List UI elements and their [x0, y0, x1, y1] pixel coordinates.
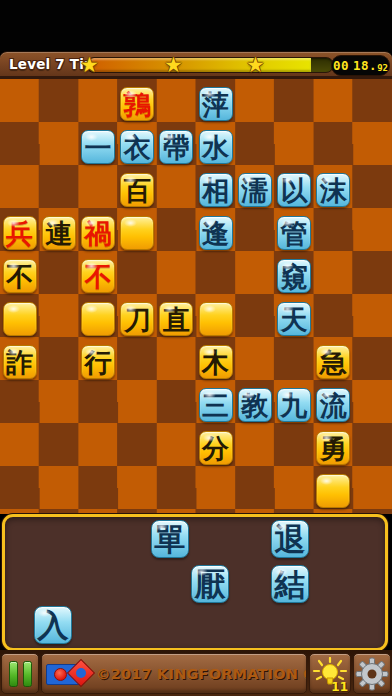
- timer-fraction: 92: [377, 63, 388, 75]
- board: 鶉萍一衣帶水百相濡以沫兵連禍逢管不不窺刀直天詐行木急三教九流分勇: [0, 79, 392, 514]
- board-tile[interactable]: 逢: [199, 216, 233, 250]
- brand-panel: ©2017 KINGFORMATION CO.,LTD.: [41, 653, 307, 694]
- board-tile[interactable]: 勇: [316, 431, 350, 465]
- board-tile[interactable]: 木: [199, 345, 233, 379]
- settings-button[interactable]: [353, 653, 391, 694]
- time-progress-fill: [87, 58, 311, 72]
- tray-tile[interactable]: 退: [271, 520, 309, 558]
- kingformation-logo-icon: [44, 659, 96, 689]
- hint-button[interactable]: 11: [309, 653, 351, 694]
- tray-tile[interactable]: 結: [271, 565, 309, 603]
- board-tile[interactable]: 詐: [3, 345, 37, 379]
- board-tile[interactable]: 以: [277, 173, 311, 207]
- board-tile[interactable]: 濡: [238, 173, 272, 207]
- tray-tile[interactable]: 厭: [191, 565, 229, 603]
- board-tile[interactable]: 分: [199, 431, 233, 465]
- tray-tile[interactable]: 單: [151, 520, 189, 558]
- board-tile[interactable]: 教: [238, 388, 272, 422]
- pause-icon: [23, 661, 32, 687]
- board-empty-slot[interactable]: [120, 216, 154, 250]
- game-screen: Level 7 Time: ★★★ 00 18. 92 鶉萍一衣帶水百相濡以沫兵…: [0, 0, 392, 696]
- board-tile[interactable]: 帶: [159, 130, 193, 164]
- board-tile[interactable]: 九: [277, 388, 311, 422]
- copyright-text: ©2017 KINGFORMATION CO.,LTD.: [96, 666, 307, 682]
- pause-button[interactable]: [1, 653, 39, 694]
- board-tile[interactable]: 刀: [120, 302, 154, 336]
- status-bar: [0, 0, 392, 51]
- hint-count-badge: 11: [331, 681, 348, 693]
- star-icon: ★: [80, 53, 99, 77]
- board-empty-slot[interactable]: [81, 302, 115, 336]
- timer-display: 00 18. 92: [331, 55, 390, 76]
- time-progress-bar: [86, 57, 334, 73]
- board-empty-slot[interactable]: [3, 302, 37, 336]
- star-icon: ★: [246, 53, 265, 77]
- board-tile[interactable]: 一: [81, 130, 115, 164]
- board-tile[interactable]: 管: [277, 216, 311, 250]
- board-tile[interactable]: 窺: [277, 259, 311, 293]
- board-empty-slot[interactable]: [316, 474, 350, 508]
- board-tile[interactable]: 連: [42, 216, 76, 250]
- board-tile[interactable]: 水: [199, 130, 233, 164]
- board-tile[interactable]: 沫: [316, 173, 350, 207]
- board-tile[interactable]: 直: [159, 302, 193, 336]
- board-tile[interactable]: 不: [3, 259, 37, 293]
- board-tile[interactable]: 急: [316, 345, 350, 379]
- star-icon: ★: [164, 53, 183, 77]
- board-tile[interactable]: 行: [81, 345, 115, 379]
- pause-icon: [9, 661, 18, 687]
- board-empty-slot[interactable]: [199, 302, 233, 336]
- timer-seconds: 18.: [353, 58, 377, 73]
- logo-red-dot: [54, 668, 67, 681]
- board-tile[interactable]: 衣: [120, 130, 154, 164]
- board-tile[interactable]: 不: [81, 259, 115, 293]
- board-tile[interactable]: 流: [316, 388, 350, 422]
- board-tile[interactable]: 鶉: [120, 87, 154, 121]
- board-tile[interactable]: 相: [199, 173, 233, 207]
- tile-tray-panel: 單退厭結入: [2, 514, 388, 651]
- board-tile[interactable]: 天: [277, 302, 311, 336]
- timer-minutes: 00: [333, 58, 349, 73]
- board-tile[interactable]: 三: [199, 388, 233, 422]
- board-tile[interactable]: 兵: [3, 216, 37, 250]
- tray-tile[interactable]: 入: [34, 606, 72, 644]
- hud-strip: Level 7 Time: ★★★ 00 18. 92: [0, 51, 392, 79]
- board-tile[interactable]: 萍: [199, 87, 233, 121]
- bottom-toolbar: ©2017 KINGFORMATION CO.,LTD. 11: [0, 650, 392, 696]
- gear-icon: [355, 657, 389, 691]
- board-tile[interactable]: 禍: [81, 216, 115, 250]
- board-tile[interactable]: 百: [120, 173, 154, 207]
- logo-blue-dot: [76, 668, 86, 678]
